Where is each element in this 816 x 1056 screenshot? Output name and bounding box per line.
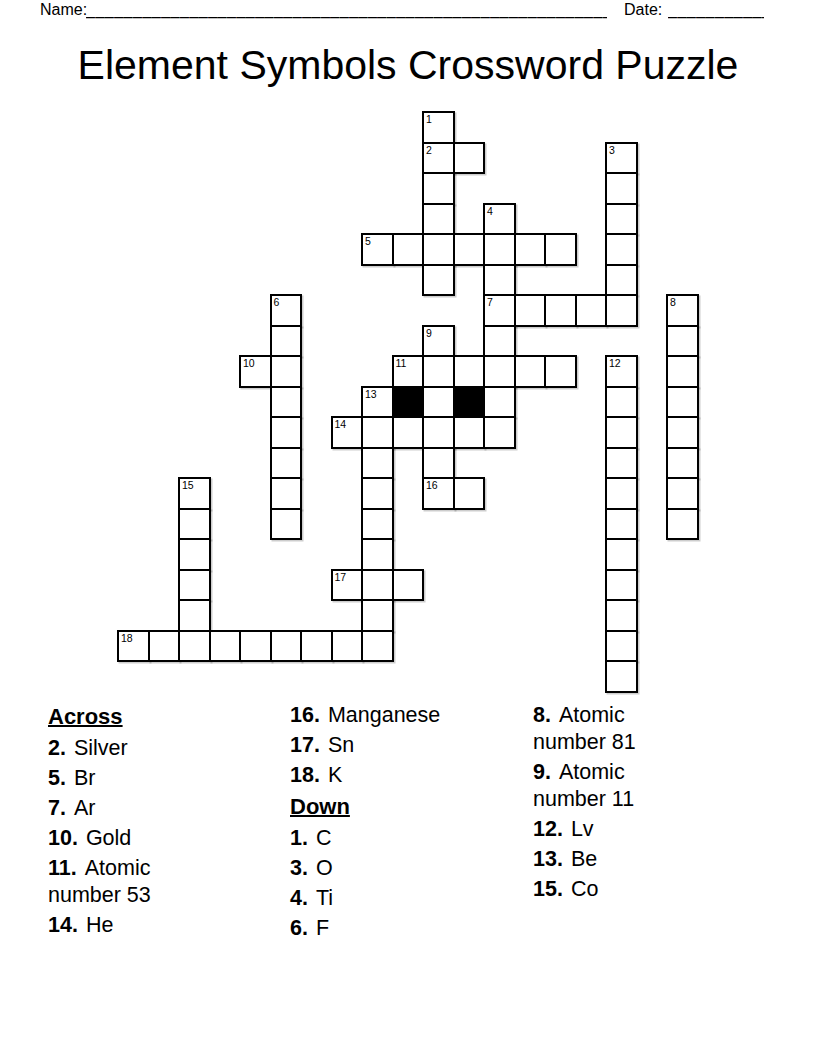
grid-cell[interactable] (209, 630, 242, 663)
grid-cell[interactable] (361, 569, 394, 602)
clue-number: 6. (290, 916, 308, 940)
clue-text: Sn (328, 733, 354, 757)
clue-number: 16. (290, 703, 320, 727)
clue-text: Co (571, 877, 598, 901)
clue-text: Gold (86, 826, 131, 850)
grid-cell[interactable]: 3 (605, 142, 638, 175)
grid-cell[interactable] (514, 294, 547, 327)
grid-cell[interactable] (422, 264, 455, 297)
clue-down-4: 4.Ti (290, 885, 530, 912)
clue-across-5: 5.Br (48, 765, 280, 792)
cell-clue-number: 12 (609, 357, 621, 369)
grid-cell[interactable] (300, 630, 333, 663)
cell-clue-number: 9 (426, 327, 432, 339)
cell-clue-number: 2 (426, 144, 432, 156)
grid-cell[interactable] (483, 416, 516, 449)
clue-across-10: 10.Gold (48, 825, 280, 852)
grid-cell[interactable] (392, 569, 425, 602)
grid-cell[interactable] (544, 233, 577, 266)
grid-cell[interactable] (270, 325, 303, 358)
grid-cell[interactable] (514, 355, 547, 388)
name-input-line[interactable]: ________________________________________… (86, 0, 607, 20)
grid-cell[interactable] (605, 477, 638, 510)
grid-cell[interactable] (178, 599, 211, 632)
clue-text: Lv (571, 817, 594, 841)
clue-down-6: 6.F (290, 915, 530, 942)
clue-text: C (316, 826, 332, 850)
grid-cell[interactable] (514, 233, 547, 266)
grid-cell[interactable] (666, 355, 699, 388)
grid-cell[interactable]: 12 (605, 355, 638, 388)
clue-text: O (316, 856, 333, 880)
grid-cell[interactable] (483, 386, 516, 419)
clue-number: 7. (48, 796, 66, 820)
clue-number: 3. (290, 856, 308, 880)
clue-across-16: 16.Manganese (290, 702, 530, 729)
clue-down-8: 8.Atomic number 81 (533, 702, 733, 756)
grid-cell[interactable] (453, 477, 486, 510)
grid-cell[interactable] (270, 508, 303, 541)
worksheet-page: Name: __________________________________… (0, 0, 816, 1056)
clue-number: 9. (533, 760, 551, 784)
clue-across-7: 7.Ar (48, 795, 280, 822)
grid-cell[interactable]: 18 (117, 630, 150, 663)
grid-cell[interactable]: 17 (331, 569, 364, 602)
clue-text: Ti (316, 886, 333, 910)
clue-column-2: 16.Manganese 17.Sn 18.K Down 1.C 3.O 4.T… (290, 702, 530, 945)
grid-cell[interactable]: 6 (270, 294, 303, 327)
clue-number: 18. (290, 763, 320, 787)
cell-clue-number: 11 (396, 357, 407, 369)
clue-text: He (86, 913, 113, 937)
clue-text: K (328, 763, 342, 787)
grid-cell[interactable] (605, 599, 638, 632)
grid-cell[interactable] (422, 416, 455, 449)
clue-number: 11. (48, 856, 77, 880)
cell-clue-number: 7 (487, 296, 493, 308)
clue-across-14: 14.He (48, 912, 280, 939)
cell-clue-number: 4 (487, 205, 493, 217)
cell-clue-number: 13 (365, 388, 377, 400)
clue-number: 14. (48, 913, 78, 937)
grid-cell[interactable] (361, 477, 394, 510)
grid-cell[interactable]: 9 (422, 325, 455, 358)
crossword-grid: 123456789101112131415161718 (117, 111, 699, 693)
grid-cell[interactable] (270, 355, 303, 388)
black-cell (392, 386, 425, 419)
grid-cell[interactable] (422, 355, 455, 388)
cell-clue-number: 6 (274, 296, 280, 308)
grid-cell[interactable]: 7 (483, 294, 516, 327)
grid-cell[interactable] (239, 630, 272, 663)
grid-cell[interactable] (666, 416, 699, 449)
grid-cell[interactable] (453, 142, 486, 175)
cell-clue-number: 17 (335, 571, 347, 583)
cell-clue-number: 1 (426, 113, 432, 125)
grid-cell[interactable]: 16 (422, 477, 455, 510)
clue-number: 1. (290, 826, 308, 850)
grid-cell[interactable] (605, 660, 638, 693)
grid-cell[interactable] (605, 569, 638, 602)
grid-cell[interactable]: 15 (178, 477, 211, 510)
clue-text: Ar (74, 796, 96, 820)
grid-cell[interactable] (270, 477, 303, 510)
across-header: Across (48, 702, 280, 732)
clue-down-12: 12.Lv (533, 816, 733, 843)
clue-down-9: 9.Atomic number 11 (533, 759, 733, 813)
grid-cell[interactable] (392, 233, 425, 266)
clue-text: Silver (74, 736, 128, 760)
grid-cell[interactable] (483, 325, 516, 358)
clue-number: 2. (48, 736, 66, 760)
clue-across-11: 11.Atomic number 53 (48, 855, 280, 909)
grid-cell[interactable] (178, 569, 211, 602)
grid-cell[interactable] (605, 386, 638, 419)
clue-down-13: 13.Be (533, 846, 733, 873)
clue-number: 12. (533, 817, 563, 841)
grid-cell[interactable] (422, 386, 455, 419)
cell-clue-number: 5 (365, 235, 371, 247)
grid-cell[interactable] (361, 538, 394, 571)
clue-text: F (316, 916, 329, 940)
black-cell (453, 386, 486, 419)
name-label: Name: (40, 0, 87, 19)
grid-cell[interactable]: 11 (392, 355, 425, 388)
clue-number: 10. (48, 826, 78, 850)
cell-clue-number: 14 (335, 418, 347, 430)
grid-cell[interactable]: 2 (422, 142, 455, 175)
clue-number: 8. (533, 703, 551, 727)
grid-cell[interactable] (270, 630, 303, 663)
grid-cell[interactable] (666, 447, 699, 480)
grid-cell[interactable] (422, 233, 455, 266)
grid-cell[interactable] (270, 386, 303, 419)
grid-cell[interactable] (605, 203, 638, 236)
grid-cell[interactable] (178, 538, 211, 571)
grid-cell[interactable] (605, 630, 638, 663)
grid-cell[interactable] (453, 416, 486, 449)
grid-cell[interactable] (453, 355, 486, 388)
grid-cell[interactable]: 1 (422, 111, 455, 144)
clues-section: Across 2.Silver 5.Br 7.Ar 10.Gold 11.Ato… (0, 702, 816, 1002)
grid-cell[interactable] (422, 172, 455, 205)
clue-number: 13. (533, 847, 563, 871)
clue-text: Br (74, 766, 96, 790)
clue-number: 17. (290, 733, 320, 757)
grid-cell[interactable] (605, 416, 638, 449)
grid-cell[interactable] (270, 447, 303, 480)
grid-cell[interactable] (666, 477, 699, 510)
date-label: Date: (624, 0, 662, 19)
grid-cell[interactable] (270, 416, 303, 449)
clue-across-17: 17.Sn (290, 732, 530, 759)
grid-cell[interactable] (361, 630, 394, 663)
grid-cell[interactable] (605, 538, 638, 571)
grid-cell[interactable]: 8 (666, 294, 699, 327)
clue-number: 15. (533, 877, 563, 901)
grid-cell[interactable] (483, 233, 516, 266)
grid-cell[interactable] (605, 508, 638, 541)
grid-cell[interactable] (453, 233, 486, 266)
grid-cell[interactable] (605, 447, 638, 480)
cell-clue-number: 18 (121, 632, 133, 644)
clue-number: 4. (290, 886, 308, 910)
clue-down-3: 3.O (290, 855, 530, 882)
clue-text: Manganese (328, 703, 440, 727)
grid-cell[interactable] (361, 447, 394, 480)
grid-cell[interactable] (544, 294, 577, 327)
grid-cell[interactable] (392, 416, 425, 449)
clue-across-2: 2.Silver (48, 735, 280, 762)
grid-cell[interactable] (666, 325, 699, 358)
grid-cell[interactable] (361, 416, 394, 449)
grid-cell[interactable] (544, 355, 577, 388)
grid-cell[interactable] (605, 264, 638, 297)
grid-cell[interactable] (422, 203, 455, 236)
down-header: Down (290, 792, 530, 822)
grid-cell[interactable] (361, 599, 394, 632)
clue-number: 5. (48, 766, 66, 790)
grid-cell[interactable]: 13 (361, 386, 394, 419)
clue-column-3: 8.Atomic number 81 9.Atomic number 11 12… (533, 702, 733, 906)
grid-cell[interactable] (605, 294, 638, 327)
page-title: Element Symbols Crossword Puzzle (0, 41, 816, 89)
grid-cell[interactable] (178, 508, 211, 541)
cell-clue-number: 15 (182, 479, 194, 491)
grid-cell[interactable] (483, 264, 516, 297)
grid-cell[interactable]: 14 (331, 416, 364, 449)
clue-down-15: 15.Co (533, 876, 733, 903)
cell-clue-number: 10 (243, 357, 255, 369)
cell-clue-number: 3 (609, 144, 615, 156)
grid-cell[interactable] (605, 233, 638, 266)
clue-down-1: 1.C (290, 825, 530, 852)
cell-clue-number: 16 (426, 479, 438, 491)
grid-cell[interactable] (666, 386, 699, 419)
grid-cell[interactable]: 4 (483, 203, 516, 236)
grid-cell[interactable] (605, 172, 638, 205)
clue-across-18: 18.K (290, 762, 530, 789)
grid-cell[interactable] (575, 294, 608, 327)
date-input-line[interactable]: ____________ (668, 0, 764, 20)
clue-column-1: Across 2.Silver 5.Br 7.Ar 10.Gold 11.Ato… (48, 702, 280, 942)
grid-cell[interactable] (422, 447, 455, 480)
grid-cell[interactable]: 10 (239, 355, 272, 388)
grid-cell[interactable] (178, 630, 211, 663)
grid-cell[interactable] (666, 508, 699, 541)
cell-clue-number: 8 (670, 296, 676, 308)
grid-cell[interactable] (483, 355, 516, 388)
clue-text: Be (571, 847, 597, 871)
grid-cell[interactable] (148, 630, 181, 663)
grid-cell[interactable]: 5 (361, 233, 394, 266)
grid-cell[interactable] (331, 630, 364, 663)
grid-cell[interactable] (361, 508, 394, 541)
